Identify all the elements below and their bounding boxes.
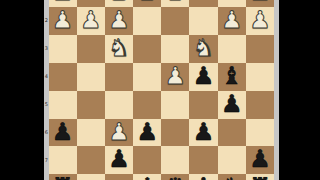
square-e4 [133,63,161,91]
rank-label-1: 1 [44,0,49,7]
square-d7 [161,146,189,174]
rank-label-2: 2 [44,7,49,35]
square-f3: ♞ [105,35,133,63]
piece-wP-b2: ♟ [221,7,243,35]
square-a8: ♜ [246,174,274,180]
square-g4 [77,63,105,91]
square-g2: ♟ [77,7,105,35]
square-b8: ♞ [218,174,246,180]
piece-wP-f6: ♟ [108,119,130,147]
square-e7 [133,146,161,174]
square-e1: ♚ [133,0,161,7]
square-a3 [246,35,274,63]
square-e6: ♟ [133,119,161,147]
piece-bR-h8: ♜ [52,174,74,180]
square-c2 [189,7,217,35]
piece-bP-h6: ♟ [52,119,74,147]
square-c5 [189,91,217,119]
square-h5 [49,91,77,119]
square-c8: ♝ [189,174,217,180]
video-frame: 12345678 ♜♝♚♛♜♟♟♟♟♟♞♞♟♟♝♟♟♟♟♟♟♟♜♚♛♝♞♜ [0,0,320,180]
square-f7: ♟ [105,146,133,174]
square-a2: ♟ [246,7,274,35]
square-c3: ♞ [189,35,217,63]
square-c4: ♟ [189,63,217,91]
square-h3 [49,35,77,63]
square-b2: ♟ [218,7,246,35]
piece-bP-c4: ♟ [193,63,215,91]
square-d4: ♟ [161,63,189,91]
rank-label-6: 6 [44,119,49,147]
board-right-edge [274,0,279,180]
square-b6 [218,119,246,147]
square-d6 [161,119,189,147]
rank-label-rail: 12345678 [44,0,49,180]
rank-label-4: 4 [44,63,49,91]
square-g7 [77,146,105,174]
rank-label-8: 8 [44,174,49,180]
square-e8: ♚ [133,174,161,180]
square-g6 [77,119,105,147]
piece-bP-c6: ♟ [193,119,215,147]
piece-bB-b4: ♝ [221,63,243,91]
square-d3 [161,35,189,63]
square-g3 [77,35,105,63]
piece-wP-d4: ♟ [165,63,187,91]
square-a4 [246,63,274,91]
piece-wK-e1: ♚ [136,0,158,7]
square-b4: ♝ [218,63,246,91]
piece-wP-g2: ♟ [80,7,102,35]
square-f2: ♟ [105,7,133,35]
piece-wN-c3: ♞ [193,35,215,63]
rank-label-5: 5 [44,91,49,119]
rank-label-7: 7 [44,147,49,175]
square-e2 [133,7,161,35]
square-c7 [189,146,217,174]
square-e3 [133,35,161,63]
piece-bP-e6: ♟ [136,119,158,147]
square-e5 [133,91,161,119]
square-d1: ♛ [161,0,189,7]
square-b5: ♟ [218,91,246,119]
piece-wP-a2: ♟ [249,7,271,35]
square-h4 [49,63,77,91]
piece-bK-e8: ♚ [136,174,158,180]
square-f5 [105,91,133,119]
square-b7 [218,146,246,174]
square-h8: ♜ [49,174,77,180]
square-g5 [77,91,105,119]
piece-bP-f7: ♟ [108,146,130,174]
square-d5 [161,91,189,119]
square-a5 [246,91,274,119]
piece-bP-b5: ♟ [221,91,243,119]
piece-bR-a8: ♜ [249,174,271,180]
square-f6: ♟ [105,119,133,147]
chess-board: ♜♝♚♛♜♟♟♟♟♟♞♞♟♟♝♟♟♟♟♟♟♟♜♚♛♝♞♜ [49,0,275,180]
square-a6 [246,119,274,147]
piece-wN-f3: ♞ [108,35,130,63]
square-d2 [161,7,189,35]
square-d8: ♛ [161,174,189,180]
square-f8 [105,174,133,180]
piece-bQ-d8: ♛ [165,174,187,180]
rank-label-3: 3 [44,35,49,63]
square-h6: ♟ [49,119,77,147]
piece-bP-a7: ♟ [249,146,271,174]
piece-bB-c8: ♝ [193,174,215,180]
piece-bN-b8: ♞ [221,174,243,180]
square-f4 [105,63,133,91]
piece-wP-f2: ♟ [108,7,130,35]
piece-wP-h2: ♟ [52,7,74,35]
square-g8 [77,174,105,180]
square-b3 [218,35,246,63]
square-c6: ♟ [189,119,217,147]
square-h7 [49,146,77,174]
square-h2: ♟ [49,7,77,35]
piece-wQ-d1: ♛ [165,0,187,7]
square-c1 [189,0,217,7]
square-a7: ♟ [246,146,274,174]
